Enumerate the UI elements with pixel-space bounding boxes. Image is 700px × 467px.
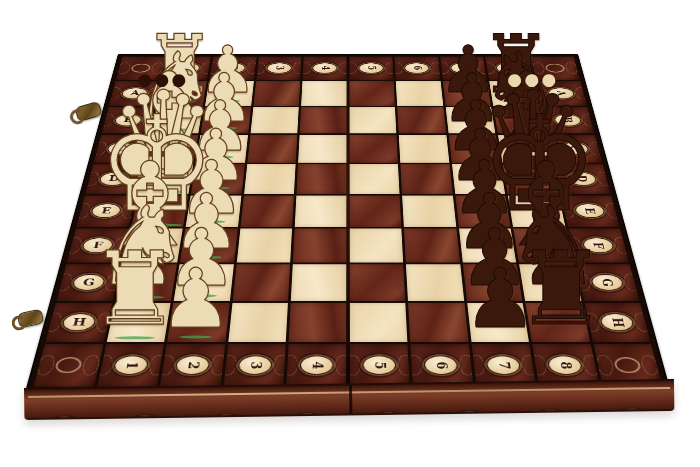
chess-photo: 12345678AABBCCDDEEFFGGHH12345678 ♜♞♝♛●●●… <box>0 0 700 467</box>
piece-black-rook-h8[interactable]: ♜ <box>516 240 607 342</box>
pieces-layer: ♜♞♝♛●●●♚♝♞♜♟♟♟♟♟♟♟♟♟♟♟♟♟♟♟♟♜♞♝♛●●●♚♝♞♜ <box>0 0 700 467</box>
green-felt-base <box>180 335 212 338</box>
piece-white-rook-h1[interactable]: ♜ <box>89 240 180 342</box>
green-felt-base <box>115 336 155 339</box>
